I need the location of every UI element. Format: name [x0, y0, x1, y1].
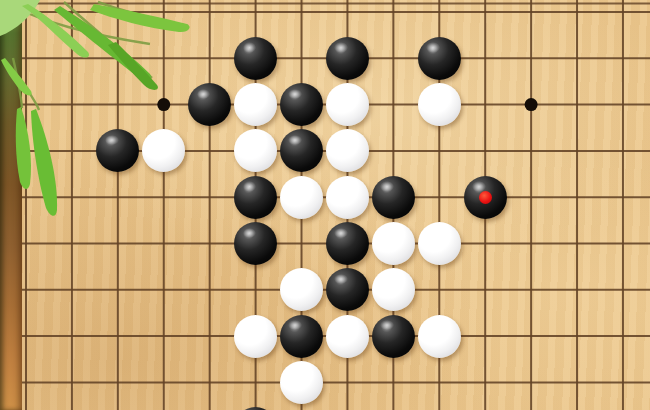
black-stone [188, 83, 231, 126]
white-stone [418, 83, 461, 126]
board-cell [416, 313, 462, 359]
board-cell [278, 81, 324, 127]
board-cell [233, 220, 279, 266]
white-stone [326, 129, 369, 172]
black-stone [326, 222, 369, 265]
board-cell [416, 81, 462, 127]
black-stone [234, 222, 277, 265]
board-cell [324, 174, 370, 220]
board-cell [462, 174, 508, 220]
board-cell [233, 405, 279, 410]
white-stone [326, 315, 369, 358]
black-stone [280, 315, 323, 358]
go-board[interactable] [3, 0, 646, 410]
board-cell [324, 267, 370, 313]
white-stone [280, 268, 323, 311]
board-cell [324, 313, 370, 359]
board-cell [416, 35, 462, 81]
board-cell [233, 35, 279, 81]
board-cell [278, 174, 324, 220]
board-cell [370, 220, 416, 266]
board-cell [324, 220, 370, 266]
board-cell [95, 128, 141, 174]
board-cell [278, 267, 324, 313]
board-cell [416, 220, 462, 266]
white-stone [326, 83, 369, 126]
board-cell [370, 313, 416, 359]
white-stone [142, 129, 185, 172]
white-stone [234, 129, 277, 172]
last-move-marker [479, 191, 492, 204]
white-stone [372, 268, 415, 311]
board-cell [233, 174, 279, 220]
black-stone [234, 176, 277, 219]
board-cell [370, 267, 416, 313]
black-stone [372, 315, 415, 358]
board-cell [278, 359, 324, 405]
black-stone [418, 37, 461, 80]
board-cell [233, 128, 279, 174]
white-stone [280, 176, 323, 219]
go-board-scene [0, 0, 650, 410]
board-cell [324, 35, 370, 81]
black-stone [326, 37, 369, 80]
black-stone [280, 83, 323, 126]
white-stone [234, 315, 277, 358]
board-cell [324, 128, 370, 174]
white-stone [418, 315, 461, 358]
black-stone [280, 129, 323, 172]
black-stone [234, 37, 277, 80]
board-cell [370, 174, 416, 220]
black-stone [372, 176, 415, 219]
white-stone [372, 222, 415, 265]
black-stone [464, 176, 507, 219]
white-stone [326, 176, 369, 219]
board-cell [141, 128, 187, 174]
black-stone [96, 129, 139, 172]
board-left-edge [0, 0, 22, 410]
board-cell [233, 81, 279, 127]
board-cell [187, 81, 233, 127]
board-cell [324, 81, 370, 127]
white-stone [280, 361, 323, 404]
board-cell [278, 128, 324, 174]
board-cell [278, 313, 324, 359]
white-stone [234, 83, 277, 126]
board-cell [233, 313, 279, 359]
black-stone [326, 268, 369, 311]
white-stone [418, 222, 461, 265]
